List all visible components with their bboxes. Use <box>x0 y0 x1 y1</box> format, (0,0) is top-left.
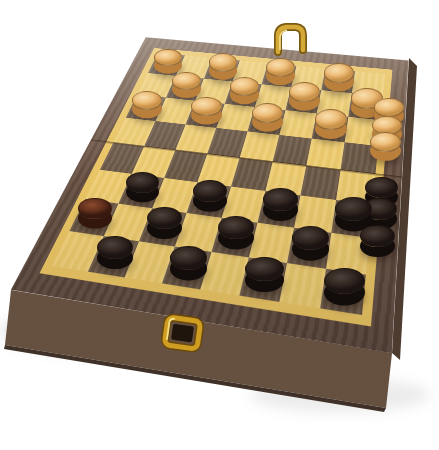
checker-piece[interactable] <box>97 236 133 259</box>
checker-piece[interactable] <box>289 82 320 102</box>
checker-piece[interactable] <box>263 188 299 211</box>
checker-piece[interactable] <box>230 77 260 96</box>
checker-piece[interactable] <box>193 180 227 202</box>
checker-piece[interactable] <box>126 172 159 193</box>
checker-piece[interactable] <box>324 268 364 294</box>
checker-piece[interactable] <box>365 177 398 198</box>
pieces-layer <box>0 0 439 450</box>
checker-piece[interactable] <box>172 72 201 91</box>
checker-piece[interactable] <box>324 63 354 82</box>
checker-piece[interactable] <box>315 109 347 130</box>
checker-piece[interactable] <box>147 207 182 229</box>
checkers-box-photo <box>0 0 439 450</box>
checker-piece[interactable] <box>218 216 254 239</box>
checker-piece[interactable] <box>209 53 237 71</box>
checker-piece[interactable] <box>266 58 295 77</box>
checker-piece[interactable] <box>78 198 112 220</box>
checker-piece[interactable] <box>191 97 221 117</box>
checker-piece[interactable] <box>252 103 283 123</box>
checker-piece[interactable] <box>374 98 404 117</box>
checker-piece[interactable] <box>335 197 372 221</box>
checker-piece[interactable] <box>132 91 161 110</box>
checker-piece[interactable] <box>370 132 401 152</box>
checker-piece[interactable] <box>245 257 284 282</box>
checker-piece[interactable] <box>292 226 330 250</box>
checker-piece[interactable] <box>154 49 182 67</box>
checker-piece[interactable] <box>360 225 395 248</box>
checker-piece[interactable] <box>170 246 207 270</box>
